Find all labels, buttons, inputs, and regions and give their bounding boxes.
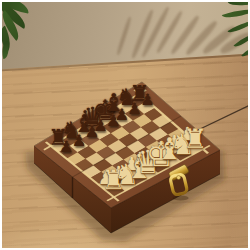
latch-shadow	[173, 196, 189, 201]
table-crack-line	[198, 105, 248, 130]
latch-knob	[177, 176, 181, 180]
chess-set-product-photo: ♜♞♝♛♚♝♞♜♟♟♟♟♟♟♟♟♟♟♟♟♟♟♟♟♜♞♝♛♚♝♞♜	[0, 0, 250, 250]
folding-chess-box	[2, 2, 248, 248]
